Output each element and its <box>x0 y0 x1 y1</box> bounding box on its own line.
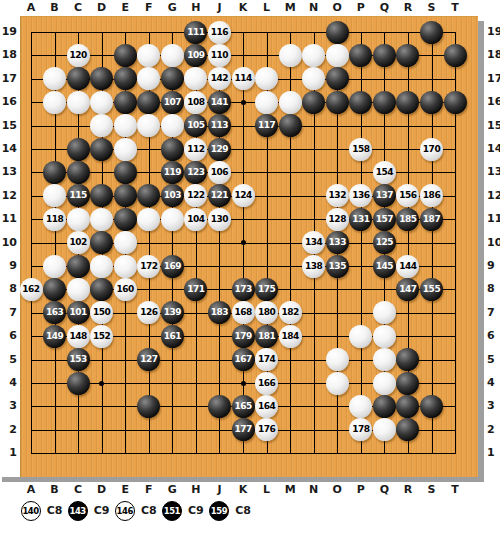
col-label-bottom-A: A <box>21 483 41 496</box>
white-stone-J19: 116 <box>208 21 231 44</box>
row-label-left-17: 17 <box>0 72 17 85</box>
white-stone-J11: 130 <box>208 208 231 231</box>
black-stone-E13 <box>114 161 137 184</box>
black-stone-G9: 169 <box>161 255 184 278</box>
black-stone-B8 <box>43 278 66 301</box>
white-stone-E15 <box>114 114 137 137</box>
row-label-left-1: 1 <box>0 446 17 459</box>
white-stone-H16: 108 <box>184 91 207 114</box>
black-stone-C5: 153 <box>67 348 90 371</box>
black-stone-B13 <box>43 161 66 184</box>
col-label-top-C: C <box>68 1 88 14</box>
white-stone-M7: 182 <box>279 301 302 324</box>
black-stone-G14 <box>161 138 184 161</box>
white-stone-Q4 <box>373 372 396 395</box>
black-stone-P11: 131 <box>349 208 372 231</box>
col-label-top-O: O <box>327 1 347 14</box>
black-stone-Q10: 125 <box>373 231 396 254</box>
white-stone-N9: 138 <box>302 255 325 278</box>
white-stone-Q6 <box>373 325 396 348</box>
board-shadow-right <box>478 21 484 477</box>
black-stone-J3 <box>208 395 231 418</box>
white-stone-J18: 110 <box>208 44 231 67</box>
row-label-left-10: 10 <box>0 236 17 249</box>
black-stone-P16 <box>349 91 372 114</box>
col-label-bottom-R: R <box>398 483 418 496</box>
black-stone-G6: 161 <box>161 325 184 348</box>
black-stone-K5: 167 <box>232 348 255 371</box>
go-kifu-screen: AABBCCDDEEFFGGHHJJKKLLMMNNOOPPQQRRSSTT19… <box>0 0 500 537</box>
white-stone-J13: 106 <box>208 161 231 184</box>
col-label-bottom-D: D <box>92 483 112 496</box>
white-stone-O5 <box>326 348 349 371</box>
col-label-bottom-G: G <box>162 483 182 496</box>
col-label-bottom-J: J <box>209 483 229 496</box>
black-stone-O17 <box>326 67 349 90</box>
row-label-left-14: 14 <box>0 142 17 155</box>
black-stone-T18 <box>444 44 467 67</box>
row-label-right-6: 6 <box>487 329 500 342</box>
black-stone-T16 <box>444 91 467 114</box>
white-stone-O4 <box>326 372 349 395</box>
board-shadow-bottom <box>2 477 484 482</box>
black-stone-H19: 111 <box>184 21 207 44</box>
row-label-right-2: 2 <box>487 423 500 436</box>
row-label-right-11: 11 <box>487 212 500 225</box>
black-stone-S19 <box>420 21 443 44</box>
black-stone-Q9: 145 <box>373 255 396 278</box>
black-stone-S3 <box>420 395 443 418</box>
col-label-bottom-E: E <box>115 483 135 496</box>
black-stone-E16 <box>114 91 137 114</box>
white-stone-Q13: 154 <box>373 161 396 184</box>
col-label-top-B: B <box>45 1 65 14</box>
row-label-right-18: 18 <box>487 48 500 61</box>
col-label-top-S: S <box>422 1 442 14</box>
col-label-top-J: J <box>209 1 229 14</box>
col-label-bottom-C: C <box>68 483 88 496</box>
row-label-right-17: 17 <box>487 72 500 85</box>
col-label-top-F: F <box>139 1 159 14</box>
col-label-top-N: N <box>304 1 324 14</box>
white-stone-N18 <box>302 44 325 67</box>
black-stone-C13 <box>67 161 90 184</box>
white-stone-B9 <box>43 255 66 278</box>
hoshi-point-K4 <box>241 381 246 386</box>
caption-move-143: 143 <box>68 501 88 521</box>
black-stone-R16 <box>396 91 419 114</box>
caption-move-140: 140 <box>21 501 41 521</box>
caption-move-151: 151 <box>162 501 182 521</box>
black-stone-G16: 107 <box>161 91 184 114</box>
row-label-right-16: 16 <box>487 95 500 108</box>
white-stone-L4: 166 <box>255 372 278 395</box>
black-stone-C7: 101 <box>67 301 90 324</box>
row-label-left-18: 18 <box>0 48 17 61</box>
col-label-bottom-T: T <box>445 483 465 496</box>
black-stone-D14 <box>90 138 113 161</box>
white-stone-C11 <box>67 208 90 231</box>
col-label-bottom-H: H <box>186 483 206 496</box>
caption-point-140: C8 <box>45 504 65 517</box>
black-stone-Q11: 157 <box>373 208 396 231</box>
black-stone-Q18 <box>373 44 396 67</box>
white-stone-C8 <box>67 278 90 301</box>
black-stone-C12: 115 <box>67 184 90 207</box>
black-stone-M15 <box>279 114 302 137</box>
black-stone-G12: 103 <box>161 184 184 207</box>
row-label-left-7: 7 <box>0 306 17 319</box>
white-stone-L16 <box>255 91 278 114</box>
white-stone-K17: 114 <box>232 67 255 90</box>
white-stone-G18 <box>161 44 184 67</box>
white-stone-E14 <box>114 138 137 161</box>
white-stone-F11 <box>137 208 160 231</box>
white-stone-H11: 104 <box>184 208 207 231</box>
black-stone-K3: 165 <box>232 395 255 418</box>
white-stone-O12: 132 <box>326 184 349 207</box>
col-label-bottom-L: L <box>257 483 277 496</box>
black-stone-S11: 187 <box>420 208 443 231</box>
hoshi-point-K10 <box>241 240 246 245</box>
col-label-top-M: M <box>280 1 300 14</box>
white-stone-C10: 102 <box>67 231 90 254</box>
white-stone-O18 <box>326 44 349 67</box>
col-label-top-Q: Q <box>374 1 394 14</box>
row-label-right-5: 5 <box>487 353 500 366</box>
white-stone-M6: 184 <box>279 325 302 348</box>
caption-move-159: 159 <box>209 501 229 521</box>
black-stone-O19 <box>326 21 349 44</box>
row-label-left-6: 6 <box>0 329 17 342</box>
black-stone-O16 <box>326 91 349 114</box>
row-label-left-15: 15 <box>0 119 17 132</box>
black-stone-Q16 <box>373 91 396 114</box>
white-stone-D9 <box>90 255 113 278</box>
black-stone-J14: 129 <box>208 138 231 161</box>
black-stone-G7: 139 <box>161 301 184 324</box>
col-label-bottom-M: M <box>280 483 300 496</box>
col-label-top-E: E <box>115 1 135 14</box>
white-stone-C6: 148 <box>67 325 90 348</box>
white-stone-D11 <box>90 208 113 231</box>
black-stone-S8: 155 <box>420 278 443 301</box>
row-label-right-14: 14 <box>487 142 500 155</box>
white-stone-G15 <box>161 114 184 137</box>
white-stone-L3: 164 <box>255 395 278 418</box>
col-label-bottom-S: S <box>422 483 442 496</box>
white-stone-B11: 118 <box>43 208 66 231</box>
col-label-top-P: P <box>351 1 371 14</box>
black-stone-F16 <box>137 91 160 114</box>
row-label-right-3: 3 <box>487 399 500 412</box>
row-label-left-11: 11 <box>0 212 17 225</box>
black-stone-E18 <box>114 44 137 67</box>
col-label-bottom-N: N <box>304 483 324 496</box>
white-stone-Q5 <box>373 348 396 371</box>
col-label-bottom-Q: Q <box>374 483 394 496</box>
caption-point-146: C8 <box>139 504 159 517</box>
row-label-left-13: 13 <box>0 165 17 178</box>
black-stone-L8: 175 <box>255 278 278 301</box>
col-label-top-D: D <box>92 1 112 14</box>
row-label-right-4: 4 <box>487 376 500 389</box>
row-label-left-19: 19 <box>0 25 17 38</box>
black-stone-E11 <box>114 208 137 231</box>
black-stone-D8 <box>90 278 113 301</box>
row-label-left-3: 3 <box>0 399 17 412</box>
black-stone-S16 <box>420 91 443 114</box>
col-label-top-G: G <box>162 1 182 14</box>
white-stone-E9 <box>114 255 137 278</box>
row-label-left-8: 8 <box>0 282 17 295</box>
hoshi-point-D4 <box>99 381 104 386</box>
white-stone-E10 <box>114 231 137 254</box>
row-label-left-9: 9 <box>0 259 17 272</box>
black-stone-G17 <box>161 67 184 90</box>
col-label-top-L: L <box>257 1 277 14</box>
white-stone-P6 <box>349 325 372 348</box>
row-label-right-8: 8 <box>487 282 500 295</box>
black-stone-N16 <box>302 91 325 114</box>
white-stone-C16 <box>67 91 90 114</box>
col-label-bottom-O: O <box>327 483 347 496</box>
white-stone-F9: 172 <box>137 255 160 278</box>
black-stone-J15: 113 <box>208 114 231 137</box>
black-stone-R4 <box>396 372 419 395</box>
white-stone-B16 <box>43 91 66 114</box>
black-stone-K6: 179 <box>232 325 255 348</box>
white-stone-D6: 152 <box>90 325 113 348</box>
white-stone-M18 <box>279 44 302 67</box>
col-label-top-R: R <box>398 1 418 14</box>
white-stone-G11 <box>161 208 184 231</box>
black-stone-C9 <box>67 255 90 278</box>
black-stone-C14 <box>67 138 90 161</box>
col-label-bottom-P: P <box>351 483 371 496</box>
row-label-right-15: 15 <box>487 119 500 132</box>
white-stone-K12: 124 <box>232 184 255 207</box>
caption-move-146: 146 <box>115 501 135 521</box>
hoshi-point-K16 <box>241 100 246 105</box>
row-label-left-16: 16 <box>0 95 17 108</box>
black-stone-K8: 173 <box>232 278 255 301</box>
col-label-top-H: H <box>186 1 206 14</box>
row-label-left-5: 5 <box>0 353 17 366</box>
col-label-bottom-K: K <box>233 483 253 496</box>
row-label-right-9: 9 <box>487 259 500 272</box>
white-stone-S14: 170 <box>420 138 443 161</box>
black-stone-L6: 181 <box>255 325 278 348</box>
caption-point-143: C9 <box>92 504 112 517</box>
black-stone-K2: 177 <box>232 418 255 441</box>
col-label-bottom-B: B <box>45 483 65 496</box>
white-stone-K7: 168 <box>232 301 255 324</box>
white-stone-D16 <box>90 91 113 114</box>
col-label-top-K: K <box>233 1 253 14</box>
white-stone-M16 <box>279 91 302 114</box>
caption-point-151: C9 <box>186 504 206 517</box>
white-stone-O11: 128 <box>326 208 349 231</box>
row-label-right-19: 19 <box>487 25 500 38</box>
black-stone-R11: 185 <box>396 208 419 231</box>
black-stone-C17 <box>67 67 90 90</box>
black-stone-B6: 149 <box>43 325 66 348</box>
black-stone-O9: 135 <box>326 255 349 278</box>
caption-point-159: C8 <box>233 504 253 517</box>
black-stone-O10: 133 <box>326 231 349 254</box>
black-stone-Q3 <box>373 395 396 418</box>
black-stone-G13: 119 <box>161 161 184 184</box>
white-stone-A8: 162 <box>20 278 43 301</box>
white-stone-C18: 120 <box>67 44 90 67</box>
white-stone-R9: 144 <box>396 255 419 278</box>
black-stone-C4 <box>67 372 90 395</box>
col-label-bottom-F: F <box>139 483 159 496</box>
white-stone-E8: 160 <box>114 278 137 301</box>
white-stone-P14: 158 <box>349 138 372 161</box>
black-stone-E12 <box>114 184 137 207</box>
black-stone-J16: 141 <box>208 91 231 114</box>
row-label-right-10: 10 <box>487 236 500 249</box>
black-stone-E17 <box>114 67 137 90</box>
row-label-right-7: 7 <box>487 306 500 319</box>
row-label-right-1: 1 <box>487 446 500 459</box>
white-stone-H14: 112 <box>184 138 207 161</box>
row-label-left-2: 2 <box>0 423 17 436</box>
col-label-top-T: T <box>445 1 465 14</box>
row-label-right-13: 13 <box>487 165 500 178</box>
row-label-left-12: 12 <box>0 189 17 202</box>
row-label-left-4: 4 <box>0 376 17 389</box>
col-label-top-A: A <box>21 1 41 14</box>
row-label-right-12: 12 <box>487 189 500 202</box>
